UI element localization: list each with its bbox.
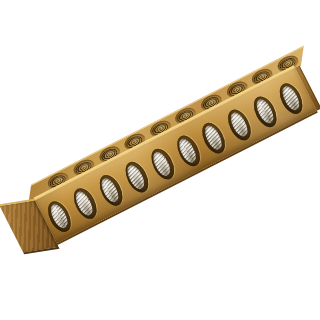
wire-hole-threads xyxy=(150,149,173,178)
wire-hole-threads xyxy=(202,123,225,152)
front-wire-hole xyxy=(249,93,281,131)
wire-hole-threads xyxy=(99,176,122,205)
front-wire-hole xyxy=(198,119,230,157)
wire-hole-threads xyxy=(253,97,276,126)
wire-hole-threads xyxy=(176,136,199,165)
front-wire-hole xyxy=(69,185,101,223)
wire-hole-threads xyxy=(227,110,250,139)
front-wire-hole xyxy=(121,158,153,196)
front-wire-hole xyxy=(146,145,178,183)
front-wire-hole xyxy=(275,80,307,118)
bus-bar xyxy=(6,47,320,266)
wire-hole-threads xyxy=(124,163,147,192)
front-wire-hole xyxy=(95,171,127,209)
wire-hole-threads xyxy=(73,189,96,218)
bar-front-face xyxy=(35,68,318,245)
front-wire-hole xyxy=(172,132,204,170)
front-wire-hole xyxy=(224,106,256,144)
wire-hole-threads xyxy=(47,202,70,231)
photo-canvas xyxy=(0,0,320,320)
wire-hole-threads xyxy=(279,84,302,113)
